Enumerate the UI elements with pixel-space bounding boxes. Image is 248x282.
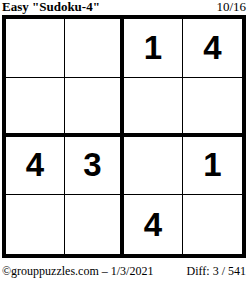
cell-r1c1-empty[interactable]	[6, 19, 65, 78]
copyright-text: ©grouppuzzles.com – 1/3/2021	[2, 264, 153, 278]
cell-r3c3-empty[interactable]	[124, 137, 183, 196]
puzzle-counter: 10/16	[216, 0, 246, 14]
cell-r3c4-given: 1	[183, 137, 242, 196]
cell-r3c2-given: 3	[65, 137, 124, 196]
cell-r1c2-empty[interactable]	[65, 19, 124, 78]
cell-r1c4-given: 4	[183, 19, 242, 78]
footer: ©grouppuzzles.com – 1/3/2021 Diff: 3 / 5…	[2, 264, 246, 280]
cell-r4c3-given: 4	[124, 195, 183, 254]
cell-r4c2-empty[interactable]	[65, 195, 124, 254]
cell-r2c2-empty[interactable]	[65, 78, 124, 137]
sudoku-board: 144314	[2, 15, 246, 258]
cell-r2c3-empty[interactable]	[124, 78, 183, 137]
cell-r2c1-empty[interactable]	[6, 78, 65, 137]
cell-r3c1-given: 4	[6, 137, 65, 196]
puzzle-title: Easy "Sudoku-4"	[2, 0, 100, 14]
header: Easy "Sudoku-4" 10/16	[2, 0, 246, 14]
cell-r1c3-given: 1	[124, 19, 183, 78]
difficulty-text: Diff: 3 / 541	[187, 264, 246, 278]
puzzle-page: Easy "Sudoku-4" 10/16 144314 ©grouppuzzl…	[0, 0, 248, 282]
cell-r4c1-empty[interactable]	[6, 195, 65, 254]
cell-r2c4-empty[interactable]	[183, 78, 242, 137]
cell-r4c4-empty[interactable]	[183, 195, 242, 254]
